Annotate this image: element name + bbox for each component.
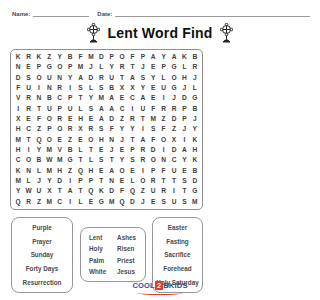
grid-cell[interactable]: Z [158, 114, 168, 124]
grid-cell[interactable]: A [107, 166, 117, 176]
grid-cell[interactable]: M [148, 114, 158, 124]
grid-cell[interactable]: I [65, 197, 75, 207]
grid-cell[interactable]: Q [13, 197, 23, 207]
grid-cell[interactable]: O [158, 135, 168, 145]
grid-cell[interactable]: H [190, 145, 200, 155]
grid-cell[interactable]: U [169, 197, 179, 207]
grid-cell[interactable]: R [96, 73, 106, 83]
grid-cell[interactable]: R [117, 62, 127, 72]
grid-cell[interactable]: O [117, 166, 127, 176]
grid-cell[interactable]: P [158, 62, 168, 72]
grid-cell[interactable]: J [179, 124, 189, 134]
grid-cell[interactable]: O [55, 124, 65, 134]
grid-cell[interactable]: X [127, 83, 137, 93]
grid-cell[interactable]: O [23, 155, 33, 165]
grid-cell[interactable]: W [23, 186, 33, 196]
grid-cell[interactable]: F [75, 52, 85, 62]
grid-cell[interactable]: F [117, 186, 127, 196]
word-list-item: Prayer [32, 238, 52, 245]
grid-cell[interactable]: R [23, 104, 33, 114]
grid-cell[interactable]: J [190, 73, 200, 83]
grid-cell[interactable]: T [138, 114, 148, 124]
grid-cell[interactable]: I [138, 166, 148, 176]
grid-cell[interactable]: S [127, 155, 137, 165]
grid-cell[interactable]: S [86, 104, 96, 114]
grid-cell[interactable]: P [55, 104, 65, 114]
grid-cell[interactable]: H [75, 114, 85, 124]
grid-cell[interactable]: N [34, 93, 44, 103]
grid-cell[interactable]: T [86, 145, 96, 155]
grid-cell[interactable]: O [34, 73, 44, 83]
grid-cell[interactable]: R [127, 114, 137, 124]
grid-cell[interactable]: T [75, 186, 85, 196]
cool2bkids-logo: COOL2BKIDS [0, 275, 212, 295]
grid-cell[interactable]: Y [34, 145, 44, 155]
grid-cell[interactable]: A [138, 93, 148, 103]
grid-cell[interactable]: X [44, 186, 54, 196]
grid-cell[interactable]: C [117, 104, 127, 114]
grid-cell[interactable]: B [107, 83, 117, 93]
grid-cell[interactable]: M [13, 135, 23, 145]
grid-cell[interactable]: I [179, 135, 189, 145]
word-list-item: Forty Days [26, 265, 59, 272]
word-list-middle-col2: AshesRisenPriestJesus [117, 232, 136, 277]
grid-cell[interactable]: A [96, 104, 106, 114]
grid-cell[interactable]: G [96, 197, 106, 207]
grid-cell[interactable]: O [169, 73, 179, 83]
word-list-item: Lent [89, 234, 102, 241]
grid-cell[interactable]: X [13, 114, 23, 124]
grid-cell[interactable]: F [127, 52, 137, 62]
grid-cell[interactable]: C [23, 124, 33, 134]
name-input-line[interactable] [33, 9, 89, 17]
grid-cell[interactable]: L [127, 176, 137, 186]
grid-cell[interactable]: L [34, 166, 44, 176]
grid-cell[interactable]: M [55, 155, 65, 165]
grid-cell[interactable]: F [13, 83, 23, 93]
title-row: Lent Word Find [0, 23, 212, 43]
word-list-middle: LentHolyPalmWhite AshesRisenPriestJesus [80, 227, 146, 282]
grid-cell[interactable]: G [169, 83, 179, 93]
grid-cell[interactable]: S [138, 73, 148, 83]
grid-cell[interactable]: I [23, 145, 33, 155]
grid-cell[interactable]: E [86, 114, 96, 124]
grid-cell[interactable]: O [86, 135, 96, 145]
grid-cell[interactable]: Y [44, 176, 54, 186]
grid-cell[interactable]: B [190, 52, 200, 62]
grid-cell[interactable]: L [75, 104, 85, 114]
grid-cell[interactable]: Z [169, 124, 179, 134]
grid-cell[interactable]: I [138, 124, 148, 134]
grid-cell[interactable]: C [55, 197, 65, 207]
grid-cell[interactable]: G [169, 62, 179, 72]
grid-cell[interactable]: E [148, 197, 158, 207]
grid-cell[interactable]: R [148, 176, 158, 186]
word-search-grid: KRKZYBFMDPOFPAYAKBNEPGOPMJLYRTJEPGLRDSOU… [10, 49, 203, 210]
grid-cell[interactable]: T [75, 155, 85, 165]
grid-cell[interactable]: Z [44, 52, 54, 62]
grid-cell[interactable]: E [117, 145, 127, 155]
grid-cell[interactable]: F [158, 166, 168, 176]
grid-cell[interactable]: H [13, 145, 23, 155]
word-list-item: Sacrifice [164, 251, 190, 258]
grid-cell[interactable]: I [65, 176, 75, 186]
grid-cell[interactable]: D [86, 73, 96, 83]
grid-cell[interactable]: H [86, 166, 96, 176]
grid-cell[interactable]: S [179, 176, 189, 186]
grid-cell[interactable]: A [127, 73, 137, 83]
grid-cell[interactable]: I [158, 145, 168, 155]
grid-cell[interactable]: T [158, 176, 168, 186]
grid-cell[interactable]: Y [127, 124, 137, 134]
grid-cell[interactable]: Y [117, 155, 127, 165]
grid-cell[interactable]: Z [117, 114, 127, 124]
grid-cell[interactable]: T [96, 176, 106, 186]
grid-cell[interactable]: P [138, 52, 148, 62]
grid-cell[interactable]: J [169, 93, 179, 103]
grid-cell[interactable]: Z [34, 124, 44, 134]
grid-cell[interactable]: D [13, 73, 23, 83]
grid-cell[interactable]: A [138, 135, 148, 145]
grid-cell[interactable]: S [179, 197, 189, 207]
grid-cell[interactable]: I [158, 93, 168, 103]
grid-cell[interactable]: P [127, 145, 137, 155]
grid-cell[interactable]: E [23, 114, 33, 124]
grid-cell[interactable]: Z [65, 135, 75, 145]
logo-cool-text: COOL [132, 281, 154, 290]
grid-cell[interactable]: V [55, 145, 65, 155]
name-label: Name: [12, 11, 30, 17]
grid-cell[interactable]: G [65, 155, 75, 165]
grid-cell[interactable]: O [117, 52, 127, 62]
grid-cell[interactable]: C [169, 155, 179, 165]
grid-cell[interactable]: Y [13, 186, 23, 196]
grid-cell[interactable]: M [96, 93, 106, 103]
grid-cell[interactable]: B [65, 52, 75, 62]
grid-cell[interactable]: M [13, 176, 23, 186]
grid-cell[interactable]: A [96, 114, 106, 124]
grid-cell[interactable]: J [117, 135, 127, 145]
grid-cell[interactable]: T [169, 176, 179, 186]
grid-cell[interactable]: L [23, 176, 33, 186]
grid-cell[interactable]: A [65, 186, 75, 196]
grid-cell[interactable]: L [158, 73, 168, 83]
logo-bkids-text: BKIDS [163, 281, 187, 290]
grid-cell[interactable]: S [96, 83, 106, 93]
grid-cell[interactable]: L [190, 83, 200, 93]
grid-cell[interactable]: D [190, 176, 200, 186]
grid-cell[interactable]: U [148, 186, 158, 196]
grid-cell[interactable]: Z [138, 186, 148, 196]
grid-cell[interactable]: E [86, 197, 96, 207]
grid-cell[interactable]: E [117, 93, 127, 103]
grid-cell[interactable]: M [44, 197, 54, 207]
grid-cell[interactable]: W [44, 155, 54, 165]
header: Name: Date: [12, 9, 212, 17]
grid-cell[interactable]: H [179, 73, 189, 83]
grid-cell[interactable]: S [23, 73, 33, 83]
grid-cell[interactable]: S [75, 83, 85, 93]
grid-cell[interactable]: D [179, 93, 189, 103]
grid-cell[interactable]: E [23, 62, 33, 72]
grid-cell[interactable]: M [107, 197, 117, 207]
grid-cell[interactable]: U [44, 73, 54, 83]
logo-two-badge: 2 [155, 281, 162, 290]
grid-cell[interactable]: M [44, 166, 54, 176]
grid-cell[interactable]: P [65, 62, 75, 72]
grid-cell[interactable]: B [190, 104, 200, 114]
grid-cell[interactable]: P [86, 176, 96, 186]
grid-cell[interactable]: N [23, 166, 33, 176]
grid-cell[interactable]: T [117, 73, 127, 83]
grid-cell[interactable]: P [65, 93, 75, 103]
grid-cell[interactable]: D [107, 114, 117, 124]
grid-cell[interactable]: J [86, 62, 96, 72]
grid-cell[interactable]: S [158, 197, 168, 207]
grid-cell[interactable]: P [179, 104, 189, 114]
page-title: Lent Word Find [107, 25, 212, 41]
grid-cell[interactable]: U [158, 83, 168, 93]
word-list-item: Ashes [117, 234, 136, 241]
grid-cell[interactable]: J [34, 176, 44, 186]
grid-cell[interactable]: N [107, 176, 117, 186]
grid-cell[interactable]: I [65, 83, 75, 93]
word-list-item: Palm [89, 257, 104, 264]
grid-cell[interactable]: A [107, 93, 117, 103]
grid-cell[interactable]: I [34, 83, 44, 93]
grid-cell[interactable]: E [148, 93, 158, 103]
grid-cell[interactable]: F [107, 124, 117, 134]
grid-cell[interactable]: K [13, 166, 23, 176]
grid-cell[interactable]: Y [148, 73, 158, 83]
grid-cell[interactable]: S [96, 155, 106, 165]
grid-cell[interactable]: M [86, 52, 96, 62]
grid-cell[interactable]: H [96, 135, 106, 145]
grid-cell[interactable]: D [169, 114, 179, 124]
grid-cell[interactable]: O [138, 176, 148, 186]
grid-cell[interactable]: B [34, 155, 44, 165]
grid-cell[interactable]: D [148, 145, 158, 155]
grid-cell[interactable]: B [190, 166, 200, 176]
grid-cell[interactable]: R [23, 197, 33, 207]
grid-cell[interactable]: M [75, 62, 85, 72]
grid-cell[interactable]: N [107, 135, 117, 145]
grid-cell[interactable]: M [44, 145, 54, 155]
worksheet-page: Name: Date: Lent Word Find [0, 0, 212, 300]
grid-cell[interactable]: L [179, 62, 189, 72]
grid-cell[interactable]: H [55, 166, 65, 176]
grid-cell[interactable]: J [107, 145, 117, 155]
grid-cell[interactable]: A [75, 73, 85, 83]
grid-cell[interactable]: D [127, 197, 137, 207]
grid-cell[interactable]: R [138, 145, 148, 155]
grid-cell[interactable]: Y [190, 124, 200, 134]
grid-cell[interactable]: K [13, 52, 23, 62]
grid-cell[interactable]: I [13, 104, 23, 114]
word-list-item: Purple [32, 224, 52, 231]
grid-cell[interactable]: L [86, 155, 96, 165]
word-list-item: Risen [117, 245, 134, 252]
word-list-item: Easter [168, 224, 187, 231]
grid-cell[interactable]: U [138, 104, 148, 114]
grid-cell[interactable]: R [23, 52, 33, 62]
grid-cell[interactable]: T [55, 186, 65, 196]
grid-cell[interactable]: M [190, 197, 200, 207]
grid-cell[interactable]: L [96, 62, 106, 72]
word-list-middle-col1: LentHolyPalmWhite [89, 232, 106, 277]
grid-cell[interactable]: T [107, 155, 117, 165]
grid-cell[interactable]: E [65, 114, 75, 124]
grid-cell[interactable]: Y [179, 155, 189, 165]
grid-cell[interactable]: D [96, 52, 106, 62]
grid-cell[interactable]: R [169, 104, 179, 114]
grid-cell[interactable]: Q [75, 166, 85, 176]
grid-cell[interactable]: S [96, 124, 106, 134]
date-label: Date: [97, 11, 112, 17]
grid-cell[interactable]: T [127, 62, 137, 72]
grid-cell[interactable]: T [179, 186, 189, 196]
grid-cell[interactable]: I [169, 186, 179, 196]
grid-cell[interactable]: A [148, 52, 158, 62]
grid-cell[interactable]: Q [86, 186, 96, 196]
grid-cell[interactable]: U [65, 104, 75, 114]
grid-cell[interactable]: F [148, 104, 158, 114]
grid-cell[interactable]: Q [34, 135, 44, 145]
grid-cell[interactable]: N [158, 155, 168, 165]
grid-cell[interactable]: R [65, 124, 75, 134]
grid-cell[interactable]: K [179, 52, 189, 62]
grid-cell[interactable]: B [44, 93, 54, 103]
grid-cell[interactable]: R [55, 83, 65, 93]
grid-cell[interactable]: C [127, 93, 137, 103]
grid-cell[interactable]: N [55, 73, 65, 83]
grid-cell[interactable]: V [13, 93, 23, 103]
word-list-item: Holy [89, 245, 103, 252]
grid-cell[interactable]: Y [86, 93, 96, 103]
grid-cell[interactable]: U [34, 186, 44, 196]
grid-cell[interactable]: X [169, 135, 179, 145]
grid-cell[interactable]: L [75, 145, 85, 155]
grid-cell[interactable]: L [75, 197, 85, 207]
grid-cell[interactable]: U [44, 104, 54, 114]
grid-cell[interactable]: R [138, 155, 148, 165]
grid-cell[interactable]: T [127, 135, 137, 145]
grid-cell[interactable]: P [107, 52, 117, 62]
grid-cell[interactable]: B [65, 145, 75, 155]
grid-cell[interactable]: E [127, 166, 137, 176]
grid-cell[interactable]: A [179, 145, 189, 155]
grid-cell[interactable]: Q [117, 197, 127, 207]
grid-cell[interactable]: U [169, 166, 179, 176]
grid-cell[interactable]: P [44, 124, 54, 134]
grid-cell[interactable]: J [138, 197, 148, 207]
grid-cell[interactable]: E [148, 83, 158, 93]
grid-cell[interactable]: E [96, 166, 106, 176]
grid-cell[interactable]: T [34, 104, 44, 114]
grid-cell[interactable]: G [190, 186, 200, 196]
grid-cell[interactable]: R [86, 124, 96, 134]
grid-cell[interactable]: O [44, 114, 54, 124]
grid-cell[interactable]: A [107, 104, 117, 114]
grid-cell[interactable]: A [169, 52, 179, 62]
grid-cell[interactable]: C [55, 93, 65, 103]
grid-cell[interactable]: C [13, 155, 23, 165]
grid-cell[interactable]: T [23, 135, 33, 145]
grid-cell[interactable]: R [158, 104, 168, 114]
grid-cell[interactable]: H [13, 124, 23, 134]
grid-cell[interactable]: K [96, 186, 106, 196]
date-input-line[interactable] [115, 9, 212, 17]
grid-cell[interactable]: T [75, 93, 85, 103]
grid-cell[interactable]: Z [65, 166, 75, 176]
grid-cell[interactable]: Z [34, 197, 44, 207]
word-list-item: Sunday [31, 251, 54, 258]
grid-cell[interactable]: N [13, 62, 23, 72]
grid-cell[interactable]: P [34, 62, 44, 72]
grid-cell[interactable]: Y [158, 52, 168, 62]
grid-cell[interactable]: J [179, 83, 189, 93]
grid-cell[interactable]: E [55, 135, 65, 145]
grid-cell[interactable]: R [190, 62, 200, 72]
grid-cell[interactable]: Y [138, 83, 148, 93]
grid-cell[interactable]: E [179, 166, 189, 176]
grid-cell[interactable]: P [75, 176, 85, 186]
grid-cell[interactable]: R [55, 114, 65, 124]
grid-cell[interactable]: F [158, 124, 168, 134]
word-list-item: Jesus [117, 268, 135, 275]
grid-cell[interactable]: K [34, 52, 44, 62]
grid-cell[interactable]: X [75, 124, 85, 134]
grid-cell[interactable]: P [179, 114, 189, 124]
grid-cell[interactable]: Y [55, 52, 65, 62]
grid-cell[interactable]: P [148, 166, 158, 176]
grid-cell[interactable]: E [96, 145, 106, 155]
grid-cell[interactable]: I [127, 104, 137, 114]
grid-cell[interactable]: L [86, 83, 96, 93]
word-list-item: Forehead [163, 265, 191, 272]
grid-cell[interactable]: K [190, 155, 200, 165]
grid-cell[interactable]: O [55, 62, 65, 72]
grid-cell[interactable]: D [107, 186, 117, 196]
grid-cell[interactable]: U [107, 73, 117, 83]
grid-cell[interactable]: J [138, 62, 148, 72]
grid-cell[interactable]: X [117, 83, 127, 93]
grid-cell[interactable]: Y [65, 73, 75, 83]
grid-cell[interactable]: D [55, 176, 65, 186]
grid-cell[interactable]: F [148, 135, 158, 145]
grid-cell[interactable]: O [44, 135, 54, 145]
grid-cell[interactable]: E [117, 176, 127, 186]
grid-cell[interactable]: Y [117, 124, 127, 134]
grid-cell[interactable]: R [23, 93, 33, 103]
grid-cell[interactable]: O [148, 155, 158, 165]
grid-cell[interactable]: G [44, 62, 54, 72]
grid-cell[interactable]: J [190, 114, 200, 124]
grid-cell[interactable]: S [148, 124, 158, 134]
word-list-item: Fasting [166, 238, 188, 245]
grid-cell[interactable]: E [148, 62, 158, 72]
grid-cell[interactable]: G [190, 93, 200, 103]
grid-cell[interactable]: N [44, 83, 54, 93]
grid-cell[interactable]: F [34, 114, 44, 124]
grid-cell[interactable]: E [75, 135, 85, 145]
grid-cell[interactable]: K [190, 135, 200, 145]
grid-cell[interactable]: Y [107, 62, 117, 72]
grid-cell[interactable]: Q [127, 186, 137, 196]
grid-cell[interactable]: R [158, 186, 168, 196]
grid-cell[interactable]: U [23, 83, 33, 93]
grid-cell[interactable]: D [169, 145, 179, 155]
